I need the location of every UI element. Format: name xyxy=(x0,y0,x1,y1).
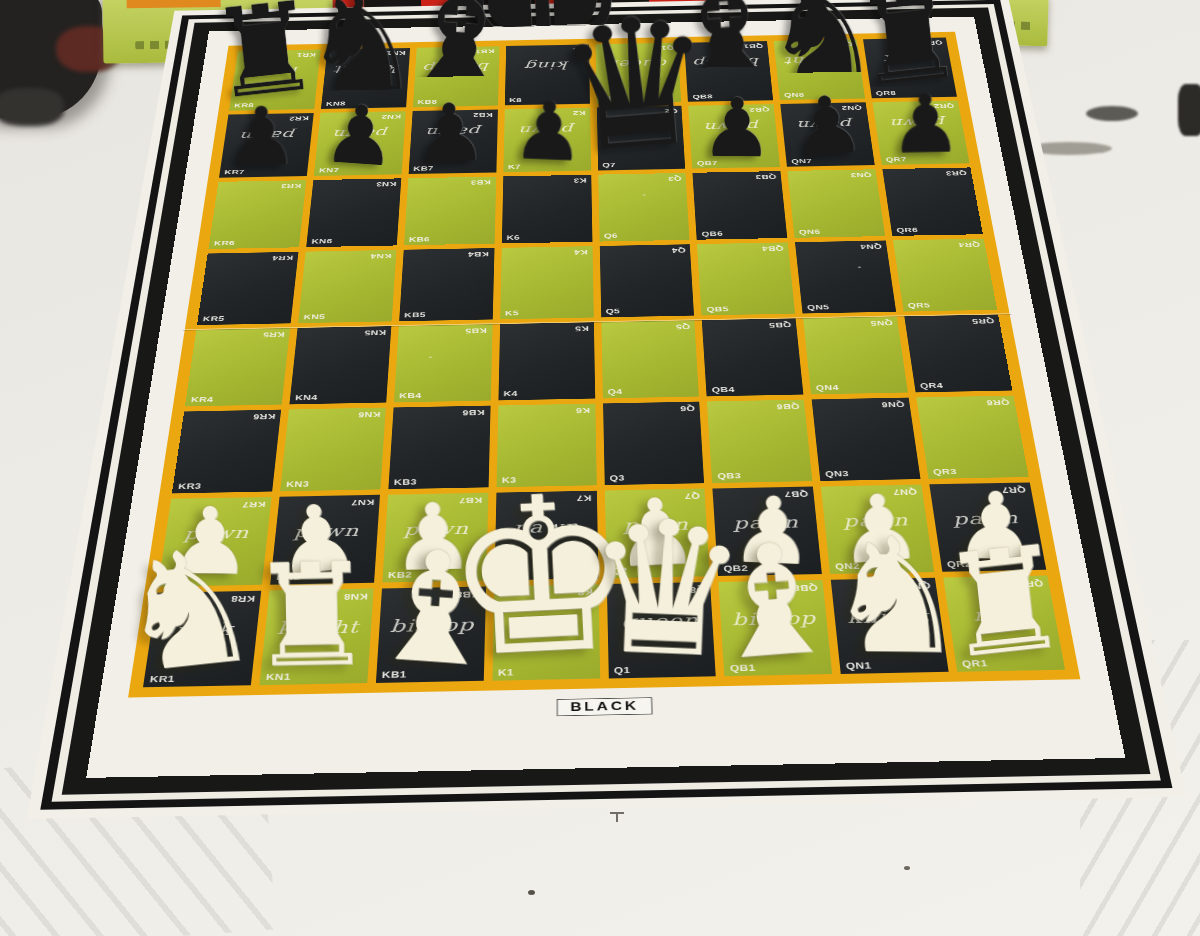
square-label-near: Q6 xyxy=(604,233,618,239)
square-label-far: KN4 xyxy=(370,252,392,259)
square-label-far: Q4 xyxy=(671,247,685,253)
square-Q7[interactable]: Q7Q2pawn♛ xyxy=(596,106,685,171)
square-label-far: QN6 xyxy=(881,400,905,408)
square-QB3[interactable]: QB3QB6 xyxy=(707,400,812,483)
square-KB1[interactable]: KB1KB8bishop♝ xyxy=(376,586,486,683)
square-label-near: QN5 xyxy=(807,304,830,311)
square-KR6[interactable]: KR6KR3 xyxy=(208,180,306,249)
square-label-far: KN5 xyxy=(364,329,386,336)
square-label-near: Q4 xyxy=(607,388,622,395)
dust-speck xyxy=(428,356,431,358)
square-label-far: QB4 xyxy=(762,245,784,252)
white-bishop[interactable]: ♝ xyxy=(361,531,508,685)
chess-board: BLACK KR8KR1rook♜KN8KN1knight♞KB8KB1bish… xyxy=(27,0,1187,819)
square-KN5[interactable]: KN5KN4 xyxy=(298,250,396,323)
square-label-near: KB4 xyxy=(399,392,422,399)
square-label-far: QR5 xyxy=(971,317,995,324)
square-K6[interactable]: K6K3 xyxy=(502,175,593,244)
square-label-far: Q6 xyxy=(680,405,695,412)
square-Q6[interactable]: Q6Q3 xyxy=(598,173,690,242)
board-frame: KR8KR1rook♜KN8KN1knight♞KB8KB1bishop♝K8K… xyxy=(128,32,1080,698)
square-QN3[interactable]: QN3QN6 xyxy=(812,398,921,481)
white-rook[interactable]: ♜ xyxy=(247,548,376,685)
square-label-far: QB5 xyxy=(769,321,792,328)
square-Q4[interactable]: Q4Q5 xyxy=(601,320,699,398)
square-label-far: QR6 xyxy=(986,398,1010,406)
square-label-far: KB6 xyxy=(462,409,485,417)
square-label-far: KR5 xyxy=(262,331,285,338)
square-label-near: QR6 xyxy=(896,227,918,234)
square-label-far: K6 xyxy=(575,407,590,414)
square-label-far: KN6 xyxy=(357,411,380,419)
square-label-far: Q5 xyxy=(675,323,690,330)
board-border-gap: BLACK KR8KR1rook♜KN8KN1knight♞KB8KB1bish… xyxy=(52,4,1161,802)
square-K4[interactable]: K4K5 xyxy=(498,322,595,400)
square-label-near: K5 xyxy=(505,310,519,317)
square-label-near: Q5 xyxy=(606,308,621,315)
white-knight[interactable]: ♞ xyxy=(110,528,268,693)
square-KN6[interactable]: KN6KN3 xyxy=(306,178,401,247)
square-label-far: QB3 xyxy=(755,174,777,180)
square-KN4[interactable]: KN4KN5 xyxy=(289,326,391,404)
board-grid: KR8KR1rook♜KN8KN1knight♞KB8KB1bishop♝K8K… xyxy=(143,38,1065,688)
board-border-band: BLACK KR8KR1rook♜KN8KN1knight♞KB8KB1bish… xyxy=(62,8,1151,795)
black-pawn[interactable]: ♟ xyxy=(700,90,773,168)
square-QB5[interactable]: QB5QB4 xyxy=(697,242,795,315)
square-label-far: QB6 xyxy=(776,402,800,410)
dust-speck xyxy=(642,194,645,195)
square-QN1[interactable]: QN1QN8knight♞ xyxy=(831,578,949,674)
square-label-far: KB3 xyxy=(471,179,492,185)
square-label-near: QR3 xyxy=(932,468,957,476)
scene: BLACK KR8KR1rook♜KN8KN1knight♞KB8KB1bish… xyxy=(0,0,1200,936)
square-label-far: KN3 xyxy=(375,181,396,187)
square-QN7[interactable]: QN7QN2pawn♟ xyxy=(780,102,874,166)
square-label-near: QN6 xyxy=(799,229,821,236)
square-QB7[interactable]: QB7QB2pawn♟ xyxy=(688,104,780,169)
square-label-far: KR4 xyxy=(271,254,293,261)
square-label-far: QR3 xyxy=(945,170,967,176)
square-KR5[interactable]: KR5KR4 xyxy=(197,252,298,325)
square-Q1[interactable]: Q1Q8queen♛ xyxy=(606,582,716,678)
square-label-near: QR4 xyxy=(919,382,943,389)
board-outer-edge: BLACK KR8KR1rook♜KN8KN1knight♞KB8KB1bish… xyxy=(27,0,1187,819)
board-margin: BLACK KR8KR1rook♜KN8KN1knight♞KB8KB1bish… xyxy=(86,17,1125,778)
black-pawn[interactable]: ♟ xyxy=(412,94,488,174)
square-label-far: K3 xyxy=(573,177,586,183)
square-KR3[interactable]: KR3KR6 xyxy=(172,410,281,494)
square-KR7[interactable]: KR7KR2pawn♟ xyxy=(219,113,314,178)
square-QR4[interactable]: QR4QR5 xyxy=(904,314,1012,392)
square-label-near: KN4 xyxy=(295,394,318,401)
black-pawn[interactable]: ♟ xyxy=(888,86,962,164)
square-K5[interactable]: K5K4 xyxy=(500,246,593,319)
black-pawn[interactable]: ♟ xyxy=(787,85,867,169)
square-label-near: KN5 xyxy=(303,313,325,320)
square-QN6[interactable]: QN6QN3 xyxy=(788,169,886,238)
square-label-near: KB6 xyxy=(409,236,430,243)
square-label-near: QN4 xyxy=(815,384,839,391)
square-label-far: KR3 xyxy=(280,183,301,189)
square-QN5[interactable]: QN5QN4 xyxy=(795,240,896,313)
square-label-near: KB5 xyxy=(404,312,426,319)
square-KN3[interactable]: KN3KN6 xyxy=(280,408,386,492)
square-KB4[interactable]: KB4KB5 xyxy=(394,324,493,402)
square-KB5[interactable]: KB5KB4 xyxy=(399,248,494,321)
side-name-tab: BLACK xyxy=(557,698,653,717)
square-label-near: K4 xyxy=(503,390,517,397)
dust-speck xyxy=(858,266,861,268)
square-label-far: QR4 xyxy=(958,241,981,248)
black-pawn[interactable]: ♟ xyxy=(225,99,299,177)
square-label-near: KR5 xyxy=(202,315,225,322)
white-queen[interactable]: ♛ xyxy=(580,499,751,680)
square-label-near: QB4 xyxy=(711,386,734,393)
square-label-near: K6 xyxy=(506,234,520,240)
square-QN4[interactable]: QN4QN5 xyxy=(803,316,908,394)
square-label-near: QB5 xyxy=(706,306,729,313)
square-label-far: K5 xyxy=(575,325,589,332)
square-KB6[interactable]: KB6KB3 xyxy=(404,177,496,246)
square-KB7[interactable]: KB7KB2pawn♟ xyxy=(408,109,497,174)
square-KR4[interactable]: KR4KR5 xyxy=(185,328,290,406)
black-pawn[interactable]: ♟ xyxy=(321,95,399,177)
square-KN1[interactable]: KN1KN8knight♜ xyxy=(259,589,373,686)
board-border-band: BLACK KR8KR1rook♜KN8KN1knight♞KB8KB1bish… xyxy=(40,0,1172,810)
square-Q5[interactable]: Q5Q4 xyxy=(599,244,694,317)
square-label-near: KR4 xyxy=(190,396,213,403)
square-QR3[interactable]: QR3QR6 xyxy=(916,396,1028,479)
square-QB6[interactable]: QB6QB3 xyxy=(693,171,788,240)
square-label-near: KR6 xyxy=(214,240,236,247)
square-K7[interactable]: K7K2pawn♟ xyxy=(503,108,591,173)
square-label-near: QR5 xyxy=(907,302,930,309)
square-label-far: QN3 xyxy=(850,172,872,178)
square-label-far: QN4 xyxy=(860,243,883,250)
square-QR7[interactable]: QR7QR2pawn♟ xyxy=(873,101,970,165)
square-KN7[interactable]: KN7KN2pawn♟ xyxy=(314,111,406,176)
square-label-far: Q3 xyxy=(668,175,682,181)
square-label-far: KB4 xyxy=(468,251,489,258)
square-label-far: QN5 xyxy=(870,319,893,326)
square-label-near: QB6 xyxy=(701,231,723,238)
square-QR5[interactable]: QR5QR4 xyxy=(893,239,997,312)
square-label-near: KN6 xyxy=(311,238,333,245)
square-label-far: KR6 xyxy=(252,413,275,421)
square-KR1[interactable]: KR1KR8rook♞ xyxy=(143,591,261,688)
black-pawn[interactable]: ♟ xyxy=(511,92,587,172)
square-label-far: KB5 xyxy=(465,327,487,334)
square-QR6[interactable]: QR6QR3 xyxy=(882,167,982,235)
square-QB4[interactable]: QB4QB5 xyxy=(702,318,804,396)
square-label-far: K4 xyxy=(574,249,588,255)
